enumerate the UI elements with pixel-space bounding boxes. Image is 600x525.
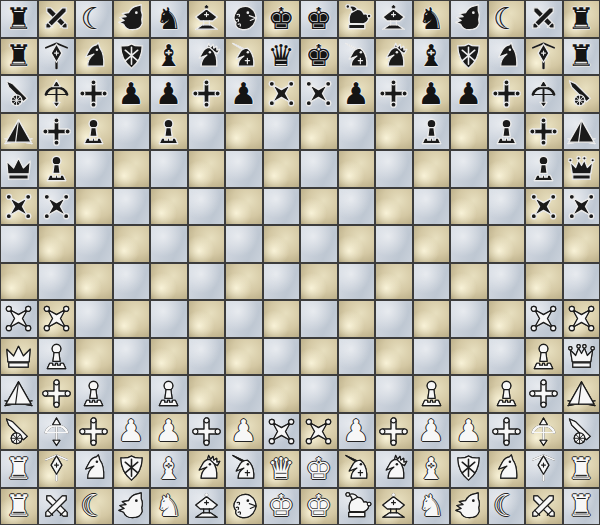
black-champion[interactable] [38,113,74,149]
black-wolf[interactable] [451,1,487,37]
square-m13[interactable] [450,38,488,76]
square-m2[interactable] [450,450,488,488]
square-h9[interactable] [263,188,301,226]
square-n14[interactable]: ☾ [488,0,526,38]
square-d11[interactable] [113,113,151,151]
square-p13[interactable]: ♜ [563,38,600,76]
square-i14[interactable]: ♚ [300,0,338,38]
square-e3[interactable]: ♟ [150,413,188,451]
square-f4[interactable] [188,375,226,413]
square-n2[interactable] [488,450,526,488]
white-wizard[interactable] [563,301,599,337]
black-king[interactable]: ♚ [301,1,337,37]
white-horse[interactable] [488,451,524,487]
square-i4[interactable] [300,375,338,413]
square-p11[interactable] [563,113,600,151]
black-rook[interactable]: ♜ [563,38,599,74]
black-wizard[interactable] [526,188,562,224]
square-g10[interactable] [225,150,263,188]
square-f8[interactable] [188,225,226,263]
white-lance[interactable] [38,451,74,487]
square-n11[interactable] [488,113,526,151]
white-king[interactable]: ♚ [301,488,337,524]
black-prelate[interactable] [188,1,224,37]
square-h11[interactable] [263,113,301,151]
black-knight[interactable]: ♞ [413,1,449,37]
square-d8[interactable] [113,225,151,263]
square-e13[interactable]: ♝ [150,38,188,76]
square-m1[interactable] [450,488,488,525]
square-o10[interactable] [525,150,563,188]
square-c1[interactable]: ☾ [75,488,113,525]
square-k12[interactable] [375,75,413,113]
square-o2[interactable] [525,450,563,488]
square-l3[interactable]: ♟ [413,413,451,451]
square-l1[interactable]: ♞ [413,488,451,525]
square-d3[interactable]: ♟ [113,413,151,451]
white-knight[interactable]: ♞ [413,488,449,524]
square-l4[interactable] [413,375,451,413]
square-c12[interactable] [75,75,113,113]
square-j8[interactable] [338,225,376,263]
white-pawn[interactable]: ♟ [113,413,149,449]
square-i6[interactable] [300,300,338,338]
white-pyramid[interactable] [563,376,599,412]
black-moon[interactable]: ☾ [488,1,524,37]
black-champion[interactable] [488,76,524,112]
square-c5[interactable] [75,338,113,376]
square-h8[interactable] [263,225,301,263]
white-lion[interactable] [226,488,262,524]
square-c7[interactable] [75,263,113,301]
square-g2[interactable] [225,450,263,488]
white-prelate[interactable] [188,488,224,524]
white-wolf[interactable] [113,488,149,524]
square-o8[interactable] [525,225,563,263]
square-j1[interactable] [338,488,376,525]
square-n3[interactable] [488,413,526,451]
white-jester[interactable] [338,488,374,524]
square-e12[interactable]: ♟ [150,75,188,113]
square-n8[interactable] [488,225,526,263]
square-a8[interactable] [0,225,38,263]
square-p10[interactable] [563,150,600,188]
square-d1[interactable] [113,488,151,525]
square-c14[interactable]: ☾ [75,0,113,38]
square-k14[interactable] [375,0,413,38]
white-champion[interactable] [76,413,112,449]
square-c9[interactable] [75,188,113,226]
square-p1[interactable]: ♜ [563,488,600,525]
black-wizard[interactable] [1,188,37,224]
white-rook[interactable]: ♜ [1,451,37,487]
square-i11[interactable] [300,113,338,151]
square-h7[interactable] [263,263,301,301]
square-f7[interactable] [188,263,226,301]
black-rook[interactable]: ♜ [563,1,599,37]
square-g5[interactable] [225,338,263,376]
square-f2[interactable] [188,450,226,488]
black-king[interactable]: ♚ [263,1,299,37]
square-h13[interactable]: ♛ [263,38,301,76]
square-l2[interactable]: ♝ [413,450,451,488]
square-j2[interactable] [338,450,376,488]
square-h6[interactable] [263,300,301,338]
black-unicorn[interactable] [226,38,262,74]
black-unicorn[interactable] [338,38,374,74]
square-b14[interactable] [38,0,76,38]
square-h12[interactable] [263,75,301,113]
white-shield[interactable] [113,451,149,487]
square-j9[interactable] [338,188,376,226]
square-j7[interactable] [338,263,376,301]
square-g3[interactable]: ♟ [225,413,263,451]
square-f1[interactable] [188,488,226,525]
square-o3[interactable] [525,413,563,451]
square-c10[interactable] [75,150,113,188]
square-j11[interactable] [338,113,376,151]
square-l11[interactable] [413,113,451,151]
white-bishop[interactable]: ♝ [413,451,449,487]
white-moon[interactable]: ☾ [488,488,524,524]
white-sergeant[interactable] [413,376,449,412]
square-f11[interactable] [188,113,226,151]
square-p9[interactable] [563,188,600,226]
square-o11[interactable] [525,113,563,151]
white-champion[interactable] [38,376,74,412]
white-wizard[interactable] [526,301,562,337]
black-bow[interactable] [526,76,562,112]
black-sergeant[interactable] [76,113,112,149]
square-d12[interactable]: ♟ [113,75,151,113]
white-wizard[interactable] [301,413,337,449]
white-princess[interactable] [563,338,599,374]
square-g4[interactable] [225,375,263,413]
square-a2[interactable]: ♜ [0,450,38,488]
black-champion[interactable] [376,76,412,112]
black-horse[interactable] [488,38,524,74]
square-h4[interactable] [263,375,301,413]
square-j5[interactable] [338,338,376,376]
white-pawn[interactable]: ♟ [451,413,487,449]
white-swords[interactable] [526,488,562,524]
black-nightrider[interactable] [376,38,412,74]
square-o5[interactable] [525,338,563,376]
black-bishop[interactable]: ♝ [151,38,187,74]
black-champion[interactable] [76,76,112,112]
black-moon[interactable]: ☾ [76,1,112,37]
white-sergeant[interactable] [526,338,562,374]
square-j14[interactable] [338,0,376,38]
white-wizard[interactable] [263,413,299,449]
white-queen[interactable]: ♛ [263,451,299,487]
square-g9[interactable] [225,188,263,226]
black-shield[interactable] [451,38,487,74]
square-c8[interactable] [75,225,113,263]
square-m6[interactable] [450,300,488,338]
square-o9[interactable] [525,188,563,226]
white-sergeant[interactable] [151,376,187,412]
square-c2[interactable] [75,450,113,488]
square-i8[interactable] [300,225,338,263]
black-bow[interactable] [38,76,74,112]
white-bow[interactable] [38,413,74,449]
white-king[interactable]: ♚ [263,488,299,524]
black-prince[interactable] [1,151,37,187]
black-pawn[interactable]: ♟ [226,76,262,112]
square-a9[interactable] [0,188,38,226]
square-m8[interactable] [450,225,488,263]
white-pawn[interactable]: ♟ [226,413,262,449]
white-knight[interactable]: ♞ [151,488,187,524]
black-pawn[interactable]: ♟ [338,76,374,112]
square-p8[interactable] [563,225,600,263]
square-e7[interactable] [150,263,188,301]
square-k9[interactable] [375,188,413,226]
square-i3[interactable] [300,413,338,451]
square-i9[interactable] [300,188,338,226]
square-g11[interactable] [225,113,263,151]
black-princess[interactable] [563,151,599,187]
square-g13[interactable] [225,38,263,76]
black-pyramid[interactable] [1,113,37,149]
white-champion[interactable] [488,413,524,449]
black-wizard[interactable] [301,76,337,112]
white-champion[interactable] [376,413,412,449]
black-nightrider[interactable] [188,38,224,74]
square-f5[interactable] [188,338,226,376]
square-l7[interactable] [413,263,451,301]
white-unicorn[interactable] [338,451,374,487]
square-n4[interactable] [488,375,526,413]
square-p14[interactable]: ♜ [563,0,600,38]
square-b8[interactable] [38,225,76,263]
square-j3[interactable]: ♟ [338,413,376,451]
square-a3[interactable] [0,413,38,451]
black-swords[interactable] [526,1,562,37]
black-lance[interactable] [38,38,74,74]
square-a5[interactable] [0,338,38,376]
square-e11[interactable] [150,113,188,151]
white-nightrider[interactable] [376,451,412,487]
white-pawn[interactable]: ♟ [151,413,187,449]
square-b4[interactable] [38,375,76,413]
square-g1[interactable] [225,488,263,525]
black-wizard[interactable] [563,188,599,224]
square-d13[interactable] [113,38,151,76]
white-rook[interactable]: ♜ [1,488,37,524]
square-i2[interactable]: ♚ [300,450,338,488]
square-m11[interactable] [450,113,488,151]
square-c4[interactable] [75,375,113,413]
white-horse[interactable] [76,451,112,487]
square-f14[interactable] [188,0,226,38]
square-i1[interactable]: ♚ [300,488,338,525]
black-cannon[interactable] [1,76,37,112]
square-n10[interactable] [488,150,526,188]
black-rook[interactable]: ♜ [1,1,37,37]
white-champion[interactable] [526,376,562,412]
square-f3[interactable] [188,413,226,451]
square-f9[interactable] [188,188,226,226]
black-champion[interactable] [188,76,224,112]
square-k4[interactable] [375,375,413,413]
square-k5[interactable] [375,338,413,376]
square-e14[interactable]: ♞ [150,0,188,38]
square-m4[interactable] [450,375,488,413]
square-m14[interactable] [450,0,488,38]
square-b10[interactable] [38,150,76,188]
square-a7[interactable] [0,263,38,301]
black-bishop[interactable]: ♝ [413,38,449,74]
white-cannon[interactable] [1,413,37,449]
white-prelate[interactable] [376,488,412,524]
square-m10[interactable] [450,150,488,188]
white-bow[interactable] [526,413,562,449]
square-c3[interactable] [75,413,113,451]
square-l8[interactable] [413,225,451,263]
black-lance[interactable] [526,38,562,74]
square-a14[interactable]: ♜ [0,0,38,38]
white-pawn[interactable]: ♟ [413,413,449,449]
black-pawn[interactable]: ♟ [151,76,187,112]
square-i5[interactable] [300,338,338,376]
square-o7[interactable] [525,263,563,301]
black-queen[interactable]: ♛ [263,38,299,74]
square-b6[interactable] [38,300,76,338]
square-d7[interactable] [113,263,151,301]
square-l13[interactable]: ♝ [413,38,451,76]
square-d10[interactable] [113,150,151,188]
square-e2[interactable]: ♝ [150,450,188,488]
black-wizard[interactable] [263,76,299,112]
square-j12[interactable]: ♟ [338,75,376,113]
square-n5[interactable] [488,338,526,376]
black-lion[interactable] [226,1,262,37]
square-f10[interactable] [188,150,226,188]
white-unicorn[interactable] [226,451,262,487]
square-h14[interactable]: ♚ [263,0,301,38]
square-k3[interactable] [375,413,413,451]
square-l14[interactable]: ♞ [413,0,451,38]
square-h10[interactable] [263,150,301,188]
square-a1[interactable]: ♜ [0,488,38,525]
black-cannon[interactable] [563,76,599,112]
white-king[interactable]: ♚ [301,451,337,487]
black-prelate[interactable] [376,1,412,37]
square-e4[interactable] [150,375,188,413]
square-m7[interactable] [450,263,488,301]
square-l12[interactable]: ♟ [413,75,451,113]
square-n1[interactable]: ☾ [488,488,526,525]
white-sergeant[interactable] [76,376,112,412]
square-b11[interactable] [38,113,76,151]
square-p6[interactable] [563,300,600,338]
white-swords[interactable] [38,488,74,524]
square-p5[interactable] [563,338,600,376]
square-k11[interactable] [375,113,413,151]
square-a6[interactable] [0,300,38,338]
black-sergeant[interactable] [38,151,74,187]
square-p12[interactable] [563,75,600,113]
black-pawn[interactable]: ♟ [413,76,449,112]
square-p2[interactable]: ♜ [563,450,600,488]
square-b3[interactable] [38,413,76,451]
white-wolf[interactable] [451,488,487,524]
square-c13[interactable] [75,38,113,76]
square-a13[interactable]: ♜ [0,38,38,76]
square-h2[interactable]: ♛ [263,450,301,488]
black-jester[interactable] [338,1,374,37]
white-pyramid[interactable] [1,376,37,412]
square-p3[interactable] [563,413,600,451]
square-m5[interactable] [450,338,488,376]
black-shield[interactable] [113,38,149,74]
square-k2[interactable] [375,450,413,488]
square-h3[interactable] [263,413,301,451]
square-m3[interactable]: ♟ [450,413,488,451]
square-k7[interactable] [375,263,413,301]
white-nightrider[interactable] [188,451,224,487]
square-k13[interactable] [375,38,413,76]
black-pawn[interactable]: ♟ [451,76,487,112]
square-k6[interactable] [375,300,413,338]
square-j6[interactable] [338,300,376,338]
square-h1[interactable]: ♚ [263,488,301,525]
square-a10[interactable] [0,150,38,188]
square-b12[interactable] [38,75,76,113]
square-i7[interactable] [300,263,338,301]
square-o4[interactable] [525,375,563,413]
square-d2[interactable] [113,450,151,488]
black-knight[interactable]: ♞ [151,1,187,37]
square-n7[interactable] [488,263,526,301]
square-m9[interactable] [450,188,488,226]
square-e6[interactable] [150,300,188,338]
square-b1[interactable] [38,488,76,525]
square-k1[interactable] [375,488,413,525]
square-p7[interactable] [563,263,600,301]
square-b2[interactable] [38,450,76,488]
square-f13[interactable] [188,38,226,76]
white-lance[interactable] [526,451,562,487]
white-cannon[interactable] [563,413,599,449]
white-rook[interactable]: ♜ [563,451,599,487]
square-n6[interactable] [488,300,526,338]
white-wizard[interactable] [38,301,74,337]
square-j13[interactable] [338,38,376,76]
black-pawn[interactable]: ♟ [113,76,149,112]
square-e10[interactable] [150,150,188,188]
square-g7[interactable] [225,263,263,301]
square-g12[interactable]: ♟ [225,75,263,113]
square-f6[interactable] [188,300,226,338]
square-p4[interactable] [563,375,600,413]
square-c6[interactable] [75,300,113,338]
black-rook[interactable]: ♜ [1,38,37,74]
square-d6[interactable] [113,300,151,338]
white-sergeant[interactable] [488,376,524,412]
square-d5[interactable] [113,338,151,376]
square-a4[interactable] [0,375,38,413]
square-l6[interactable] [413,300,451,338]
square-d9[interactable] [113,188,151,226]
white-rook[interactable]: ♜ [563,488,599,524]
white-prince[interactable] [1,338,37,374]
black-pyramid[interactable] [563,113,599,149]
white-champion[interactable] [188,413,224,449]
square-l5[interactable] [413,338,451,376]
